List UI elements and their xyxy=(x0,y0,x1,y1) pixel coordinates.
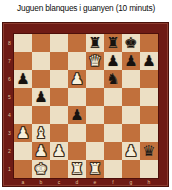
square-e3 xyxy=(86,124,104,142)
square-e7: ♛ xyxy=(86,52,104,70)
square-g2: ♟ xyxy=(122,142,140,160)
square-a6: ♟ xyxy=(14,70,32,88)
square-c5 xyxy=(50,88,68,106)
square-e6 xyxy=(86,70,104,88)
square-g3 xyxy=(122,124,140,142)
square-f7: ♟ xyxy=(104,52,122,70)
black-pawn-f7: ♟ xyxy=(104,52,122,70)
square-f1 xyxy=(104,160,122,178)
black-pawn-a6: ♟ xyxy=(14,70,32,88)
white-rook-d1: ♜ xyxy=(68,160,86,178)
black-pawn-b5: ♟ xyxy=(32,88,50,106)
square-d2 xyxy=(68,142,86,160)
square-a7 xyxy=(14,52,32,70)
square-h3 xyxy=(140,124,158,142)
square-e1: ♜ xyxy=(86,160,104,178)
square-a2 xyxy=(14,142,32,160)
puzzle-caption: Juguen blanques i guanyen (10 minuts) xyxy=(0,3,172,13)
square-h7: ♟ xyxy=(140,52,158,70)
square-d8 xyxy=(68,34,86,52)
square-b5: ♟ xyxy=(32,88,50,106)
rank-label-6: 6 xyxy=(6,70,13,88)
file-label-a: a xyxy=(14,178,32,186)
square-e2 xyxy=(86,142,104,160)
square-g7: ♟ xyxy=(122,52,140,70)
white-pawn-b2: ♟ xyxy=(32,142,50,160)
square-e5 xyxy=(86,88,104,106)
white-pawn-g2: ♟ xyxy=(122,142,140,160)
file-label-c: c xyxy=(50,178,68,186)
square-a8 xyxy=(14,34,32,52)
white-queen-e7: ♛ xyxy=(86,52,104,70)
square-a1 xyxy=(14,160,32,178)
square-f2 xyxy=(104,142,122,160)
file-label-g: g xyxy=(122,178,140,186)
square-h6 xyxy=(140,70,158,88)
black-pawn-h7: ♟ xyxy=(140,52,158,70)
square-h1 xyxy=(140,160,158,178)
file-label-d: d xyxy=(68,178,86,186)
square-g8: ♚ xyxy=(122,34,140,52)
square-c1 xyxy=(50,160,68,178)
square-b6 xyxy=(32,70,50,88)
rank-label-8: 8 xyxy=(6,34,13,52)
square-c8 xyxy=(50,34,68,52)
white-rook-e1: ♜ xyxy=(86,160,104,178)
chess-board-frame: ♜♜♚♛♟♟♟♟♟♞♟♟♟♝♟♟♟♛♚♜♜ 87654321 abcdefgh xyxy=(2,22,169,187)
square-h5 xyxy=(140,88,158,106)
square-c6 xyxy=(50,70,68,88)
square-h2: ♛ xyxy=(140,142,158,160)
square-d3 xyxy=(68,124,86,142)
square-d1: ♜ xyxy=(68,160,86,178)
white-bishop-b3: ♝ xyxy=(32,124,50,142)
square-a3: ♟ xyxy=(14,124,32,142)
black-king-g8: ♚ xyxy=(122,34,140,52)
file-label-b: b xyxy=(32,178,50,186)
square-g6 xyxy=(122,70,140,88)
rank-label-3: 3 xyxy=(6,124,13,142)
white-pawn-c2: ♟ xyxy=(50,142,68,160)
square-c4 xyxy=(50,106,68,124)
file-label-f: f xyxy=(104,178,122,186)
black-queen-h2: ♛ xyxy=(140,142,158,160)
rank-label-2: 2 xyxy=(6,142,13,160)
square-c7 xyxy=(50,52,68,70)
square-a5 xyxy=(14,88,32,106)
square-h4 xyxy=(140,106,158,124)
square-f6: ♞ xyxy=(104,70,122,88)
square-g4 xyxy=(122,106,140,124)
black-pawn-d4: ♟ xyxy=(68,106,86,124)
square-d5 xyxy=(68,88,86,106)
square-b2: ♟ xyxy=(32,142,50,160)
file-label-e: e xyxy=(86,178,104,186)
square-b1: ♚ xyxy=(32,160,50,178)
square-b4 xyxy=(32,106,50,124)
square-f5 xyxy=(104,88,122,106)
square-g1 xyxy=(122,160,140,178)
file-label-h: h xyxy=(140,178,158,186)
square-h8 xyxy=(140,34,158,52)
square-b3: ♝ xyxy=(32,124,50,142)
rank-label-4: 4 xyxy=(6,106,13,124)
square-a4 xyxy=(14,106,32,124)
square-d6: ♟ xyxy=(68,70,86,88)
square-c3 xyxy=(50,124,68,142)
square-c2: ♟ xyxy=(50,142,68,160)
rank-label-5: 5 xyxy=(6,88,13,106)
square-b8 xyxy=(32,34,50,52)
rank-label-7: 7 xyxy=(6,52,13,70)
square-d4: ♟ xyxy=(68,106,86,124)
black-knight-f6: ♞ xyxy=(104,70,122,88)
square-f3 xyxy=(104,124,122,142)
white-pawn-d6: ♟ xyxy=(68,70,86,88)
board-grid: ♜♜♚♛♟♟♟♟♟♞♟♟♟♝♟♟♟♛♚♜♜ xyxy=(14,34,158,178)
square-b7 xyxy=(32,52,50,70)
white-pawn-a3: ♟ xyxy=(14,124,32,142)
square-g5 xyxy=(122,88,140,106)
square-e8: ♜ xyxy=(86,34,104,52)
black-rook-e8: ♜ xyxy=(86,34,104,52)
square-e4 xyxy=(86,106,104,124)
white-king-b1: ♚ xyxy=(32,160,50,178)
square-f8: ♜ xyxy=(104,34,122,52)
rank-label-1: 1 xyxy=(6,160,13,178)
square-d7 xyxy=(68,52,86,70)
black-rook-f8: ♜ xyxy=(104,34,122,52)
black-pawn-g7: ♟ xyxy=(122,52,140,70)
square-f4 xyxy=(104,106,122,124)
